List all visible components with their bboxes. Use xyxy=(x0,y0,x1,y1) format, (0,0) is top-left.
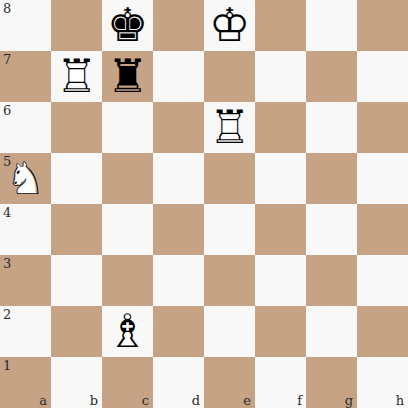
square-e2[interactable] xyxy=(204,306,255,357)
square-c1[interactable]: c xyxy=(102,357,153,408)
piece-white-rook[interactable]: ♜♖ xyxy=(51,51,102,102)
file-label-d: d xyxy=(192,393,200,408)
black-rook-glyph: ♜ xyxy=(102,51,153,102)
square-c8[interactable]: ♚ xyxy=(102,0,153,51)
square-h7[interactable] xyxy=(357,51,408,102)
square-b8[interactable] xyxy=(51,0,102,51)
piece-white-rook[interactable]: ♜♖ xyxy=(204,102,255,153)
square-g1[interactable]: g xyxy=(306,357,357,408)
square-b5[interactable] xyxy=(51,153,102,204)
square-d6[interactable] xyxy=(153,102,204,153)
piece-white-knight[interactable]: ♞♘ xyxy=(0,153,51,204)
rank-label-6: 6 xyxy=(3,103,11,118)
rank-label-1: 1 xyxy=(3,358,11,373)
square-e5[interactable] xyxy=(204,153,255,204)
file-label-c: c xyxy=(142,393,149,408)
square-g7[interactable] xyxy=(306,51,357,102)
square-b6[interactable] xyxy=(51,102,102,153)
square-d3[interactable] xyxy=(153,255,204,306)
square-c6[interactable] xyxy=(102,102,153,153)
piece-white-king[interactable]: ♚♔ xyxy=(204,0,255,51)
square-h1[interactable]: h xyxy=(357,357,408,408)
square-h6[interactable] xyxy=(357,102,408,153)
square-f8[interactable] xyxy=(255,0,306,51)
square-b2[interactable] xyxy=(51,306,102,357)
white-rook-outline: ♖ xyxy=(51,51,102,102)
rank-label-7: 7 xyxy=(3,52,11,67)
square-c4[interactable] xyxy=(102,204,153,255)
square-g8[interactable] xyxy=(306,0,357,51)
square-f5[interactable] xyxy=(255,153,306,204)
file-label-e: e xyxy=(243,393,251,408)
piece-black-rook[interactable]: ♜ xyxy=(102,51,153,102)
file-label-h: h xyxy=(396,393,404,408)
square-d5[interactable] xyxy=(153,153,204,204)
square-e1[interactable]: e xyxy=(204,357,255,408)
square-b7[interactable]: ♜♖ xyxy=(51,51,102,102)
square-e4[interactable] xyxy=(204,204,255,255)
square-e7[interactable] xyxy=(204,51,255,102)
black-king-glyph: ♚ xyxy=(102,0,153,51)
square-c3[interactable] xyxy=(102,255,153,306)
square-f1[interactable]: f xyxy=(255,357,306,408)
square-f3[interactable] xyxy=(255,255,306,306)
square-h2[interactable] xyxy=(357,306,408,357)
square-e6[interactable]: ♜♖ xyxy=(204,102,255,153)
square-d7[interactable] xyxy=(153,51,204,102)
rank-label-8: 8 xyxy=(3,1,11,16)
square-f6[interactable] xyxy=(255,102,306,153)
square-e8[interactable]: ♚♔ xyxy=(204,0,255,51)
square-h4[interactable] xyxy=(357,204,408,255)
square-f7[interactable] xyxy=(255,51,306,102)
square-b4[interactable] xyxy=(51,204,102,255)
square-f4[interactable] xyxy=(255,204,306,255)
white-knight-outline: ♘ xyxy=(0,153,51,204)
square-c5[interactable] xyxy=(102,153,153,204)
square-f2[interactable] xyxy=(255,306,306,357)
square-g3[interactable] xyxy=(306,255,357,306)
square-d1[interactable]: d xyxy=(153,357,204,408)
piece-black-king[interactable]: ♚ xyxy=(102,0,153,51)
square-g4[interactable] xyxy=(306,204,357,255)
square-b1[interactable]: b xyxy=(51,357,102,408)
chess-board: 8♚♚♔7♜♖♜6♜♖5♞♘432♝♗1abcdefgh xyxy=(0,0,408,408)
square-a5[interactable]: 5♞♘ xyxy=(0,153,51,204)
rank-label-3: 3 xyxy=(3,256,11,271)
piece-white-bishop[interactable]: ♝♗ xyxy=(102,306,153,357)
square-d8[interactable] xyxy=(153,0,204,51)
square-d4[interactable] xyxy=(153,204,204,255)
square-g6[interactable] xyxy=(306,102,357,153)
square-a3[interactable]: 3 xyxy=(0,255,51,306)
square-a1[interactable]: 1a xyxy=(0,357,51,408)
square-g5[interactable] xyxy=(306,153,357,204)
file-label-g: g xyxy=(345,393,353,408)
square-a7[interactable]: 7 xyxy=(0,51,51,102)
square-a8[interactable]: 8 xyxy=(0,0,51,51)
white-bishop-outline: ♗ xyxy=(102,306,153,357)
square-d2[interactable] xyxy=(153,306,204,357)
square-b3[interactable] xyxy=(51,255,102,306)
square-a6[interactable]: 6 xyxy=(0,102,51,153)
rank-label-4: 4 xyxy=(3,205,11,220)
square-c2[interactable]: ♝♗ xyxy=(102,306,153,357)
square-g2[interactable] xyxy=(306,306,357,357)
file-label-a: a xyxy=(39,393,47,408)
rank-label-2: 2 xyxy=(3,307,11,322)
square-a2[interactable]: 2 xyxy=(0,306,51,357)
white-rook-outline: ♖ xyxy=(204,102,255,153)
square-h8[interactable] xyxy=(357,0,408,51)
file-label-f: f xyxy=(297,393,302,408)
white-king-outline: ♔ xyxy=(204,0,255,51)
file-label-b: b xyxy=(90,393,98,408)
square-h3[interactable] xyxy=(357,255,408,306)
square-c7[interactable]: ♜ xyxy=(102,51,153,102)
square-a4[interactable]: 4 xyxy=(0,204,51,255)
square-e3[interactable] xyxy=(204,255,255,306)
square-h5[interactable] xyxy=(357,153,408,204)
